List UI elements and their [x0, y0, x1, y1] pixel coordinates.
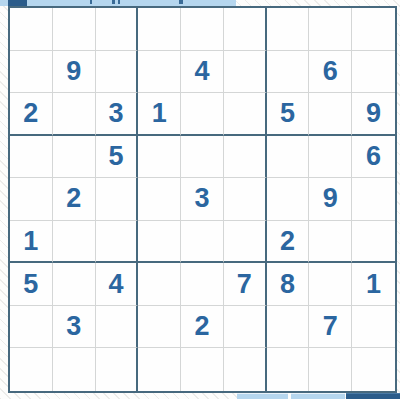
- cell-r2c6[interactable]: [224, 51, 267, 94]
- cell-r6c4[interactable]: [138, 221, 181, 264]
- cell-r9c3[interactable]: [96, 348, 139, 391]
- cell-r7c9[interactable]: 1: [352, 263, 395, 306]
- cell-r7c6[interactable]: 7: [224, 263, 267, 306]
- cell-r3c1[interactable]: 2: [10, 93, 53, 136]
- cell-r1c6[interactable]: [224, 8, 267, 51]
- cell-r7c7[interactable]: 8: [267, 263, 310, 306]
- cell-r1c1[interactable]: [10, 8, 53, 51]
- toolbar-glyph-fragment: [179, 0, 183, 4]
- cell-r7c1[interactable]: 5: [10, 263, 53, 306]
- bottom-toolbar-segment-1[interactable]: [237, 393, 288, 399]
- cell-r1c3[interactable]: [96, 8, 139, 51]
- cell-r4c6[interactable]: [224, 136, 267, 179]
- cell-r5c8[interactable]: 9: [309, 178, 352, 221]
- cell-r1c8[interactable]: [309, 8, 352, 51]
- bottom-toolbar-segment-dark[interactable]: [346, 393, 400, 399]
- cell-r1c2[interactable]: [53, 8, 96, 51]
- cell-r6c9[interactable]: [352, 221, 395, 264]
- toolbar-glyph-fragment: [112, 0, 115, 4]
- cell-r4c4[interactable]: [138, 136, 181, 179]
- cell-r2c2[interactable]: 9: [53, 51, 96, 94]
- cell-r7c5[interactable]: [181, 263, 224, 306]
- toolbar-glyph-fragment: [90, 0, 92, 4]
- cell-r8c3[interactable]: [96, 306, 139, 349]
- cell-r7c4[interactable]: [138, 263, 181, 306]
- cell-r8c6[interactable]: [224, 306, 267, 349]
- cell-r1c7[interactable]: [267, 8, 310, 51]
- cell-r5c4[interactable]: [138, 178, 181, 221]
- bottom-toolbar-segment-2[interactable]: [291, 393, 345, 399]
- cell-r5c5[interactable]: 3: [181, 178, 224, 221]
- cell-r7c8[interactable]: [309, 263, 352, 306]
- cell-r3c9[interactable]: 9: [352, 93, 395, 136]
- cell-r8c8[interactable]: 7: [309, 306, 352, 349]
- cell-r4c5[interactable]: [181, 136, 224, 179]
- cell-r4c8[interactable]: [309, 136, 352, 179]
- cell-r8c7[interactable]: [267, 306, 310, 349]
- cell-r6c6[interactable]: [224, 221, 267, 264]
- cell-r6c7[interactable]: 2: [267, 221, 310, 264]
- cell-r9c7[interactable]: [267, 348, 310, 391]
- cell-r9c4[interactable]: [138, 348, 181, 391]
- cell-r3c3[interactable]: 3: [96, 93, 139, 136]
- cell-r3c4[interactable]: 1: [138, 93, 181, 136]
- cell-r2c9[interactable]: [352, 51, 395, 94]
- cell-r5c6[interactable]: [224, 178, 267, 221]
- cell-r4c1[interactable]: [10, 136, 53, 179]
- cell-r5c2[interactable]: 2: [53, 178, 96, 221]
- cell-r6c2[interactable]: [53, 221, 96, 264]
- cell-r5c9[interactable]: [352, 178, 395, 221]
- cell-r6c3[interactable]: [96, 221, 139, 264]
- cell-r2c1[interactable]: [10, 51, 53, 94]
- cell-r4c2[interactable]: [53, 136, 96, 179]
- cell-r7c3[interactable]: 4: [96, 263, 139, 306]
- cell-r2c3[interactable]: [96, 51, 139, 94]
- cell-r9c6[interactable]: [224, 348, 267, 391]
- cell-r5c1[interactable]: [10, 178, 53, 221]
- cell-r2c8[interactable]: 6: [309, 51, 352, 94]
- cell-r9c8[interactable]: [309, 348, 352, 391]
- sudoku-board: 94623159562391254781327: [8, 6, 397, 393]
- cell-r8c9[interactable]: [352, 306, 395, 349]
- cell-r3c6[interactable]: [224, 93, 267, 136]
- cell-r4c9[interactable]: 6: [352, 136, 395, 179]
- cell-r5c7[interactable]: [267, 178, 310, 221]
- cell-r8c1[interactable]: [10, 306, 53, 349]
- toolbar-glyph-fragment: [118, 0, 120, 4]
- cell-r1c9[interactable]: [352, 8, 395, 51]
- cell-r9c5[interactable]: [181, 348, 224, 391]
- cell-r1c4[interactable]: [138, 8, 181, 51]
- cell-r2c4[interactable]: [138, 51, 181, 94]
- cell-r3c2[interactable]: [53, 93, 96, 136]
- cell-r9c1[interactable]: [10, 348, 53, 391]
- cell-r6c1[interactable]: 1: [10, 221, 53, 264]
- cell-r8c5[interactable]: 2: [181, 306, 224, 349]
- cell-r3c7[interactable]: 5: [267, 93, 310, 136]
- cell-r4c7[interactable]: [267, 136, 310, 179]
- cell-r4c3[interactable]: 5: [96, 136, 139, 179]
- cell-r2c7[interactable]: [267, 51, 310, 94]
- cell-r5c3[interactable]: [96, 178, 139, 221]
- cell-r3c5[interactable]: [181, 93, 224, 136]
- cell-r8c2[interactable]: 3: [53, 306, 96, 349]
- cell-r1c5[interactable]: [181, 8, 224, 51]
- cell-r6c5[interactable]: [181, 221, 224, 264]
- cell-r9c2[interactable]: [53, 348, 96, 391]
- cell-r7c2[interactable]: [53, 263, 96, 306]
- cell-r6c8[interactable]: [309, 221, 352, 264]
- cell-r3c8[interactable]: [309, 93, 352, 136]
- cell-r8c4[interactable]: [138, 306, 181, 349]
- cell-r2c5[interactable]: 4: [181, 51, 224, 94]
- cell-r9c9[interactable]: [352, 348, 395, 391]
